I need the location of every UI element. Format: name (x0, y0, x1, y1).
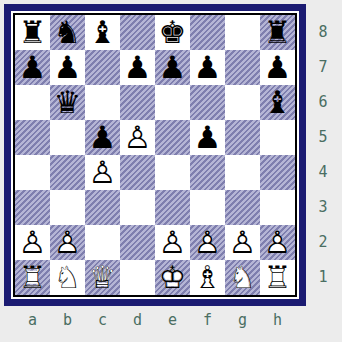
square-f2[interactable]: ♟♙ (190, 225, 225, 260)
square-b8[interactable]: ♞ (50, 15, 85, 50)
square-d5[interactable]: ♟♙ (120, 120, 155, 155)
square-a6[interactable] (15, 85, 50, 120)
square-g3[interactable] (225, 190, 260, 225)
file-label-f: f (190, 308, 225, 332)
piece-glyph: ♟ (190, 50, 225, 85)
piece-outline: ♗ (190, 260, 225, 295)
square-b6[interactable]: ♛ (50, 85, 85, 120)
piece-white-pawn-d5[interactable]: ♟♙ (120, 120, 155, 155)
square-d2[interactable] (120, 225, 155, 260)
piece-black-bishop-c8[interactable]: ♝ (85, 15, 120, 50)
piece-glyph: ♟ (50, 50, 85, 85)
rank-label-1: 1 (312, 260, 334, 295)
square-e8[interactable]: ♚ (155, 15, 190, 50)
square-f8[interactable] (190, 15, 225, 50)
square-d3[interactable] (120, 190, 155, 225)
page: { "game": "chess", "position": { "fen": … (0, 0, 342, 342)
piece-black-queen-b6[interactable]: ♛ (50, 85, 85, 120)
rank-label-5: 5 (312, 120, 334, 155)
square-h4[interactable] (260, 155, 295, 190)
rank-label-6: 6 (312, 85, 334, 120)
piece-glyph: ♟ (190, 120, 225, 155)
square-c7[interactable] (85, 50, 120, 85)
square-b4[interactable] (50, 155, 85, 190)
piece-white-bishop-f1[interactable]: ♝♗ (190, 260, 225, 295)
piece-outline: ♖ (15, 260, 50, 295)
rank-label-4: 4 (312, 155, 334, 190)
piece-glyph: ♝ (260, 85, 295, 120)
square-d4[interactable] (120, 155, 155, 190)
piece-white-pawn-a2[interactable]: ♟♙ (15, 225, 50, 260)
square-h3[interactable] (260, 190, 295, 225)
square-h5[interactable] (260, 120, 295, 155)
square-h7[interactable]: ♟ (260, 50, 295, 85)
piece-outline: ♔ (155, 260, 190, 295)
rank-labels: 87654321 (312, 15, 334, 295)
square-b7[interactable]: ♟ (50, 50, 85, 85)
piece-black-pawn-f7[interactable]: ♟ (190, 50, 225, 85)
square-g6[interactable] (225, 85, 260, 120)
square-a7[interactable]: ♟ (15, 50, 50, 85)
rank-label-3: 3 (312, 190, 334, 225)
square-f1[interactable]: ♝♗ (190, 260, 225, 295)
piece-glyph: ♟ (155, 50, 190, 85)
piece-outline: ♙ (225, 225, 260, 260)
square-c6[interactable] (85, 85, 120, 120)
square-b3[interactable] (50, 190, 85, 225)
square-a2[interactable]: ♟♙ (15, 225, 50, 260)
file-label-c: c (85, 308, 120, 332)
square-a8[interactable]: ♜ (15, 15, 50, 50)
piece-black-pawn-a7[interactable]: ♟ (15, 50, 50, 85)
square-a4[interactable] (15, 155, 50, 190)
piece-white-pawn-g2[interactable]: ♟♙ (225, 225, 260, 260)
piece-glyph: ♟ (260, 50, 295, 85)
piece-black-pawn-h7[interactable]: ♟ (260, 50, 295, 85)
piece-outline: ♘ (225, 260, 260, 295)
piece-glyph: ♛ (50, 85, 85, 120)
board-inner-border: ♜♞♝♚♜♟♟♟♟♟♟♛♝♟♟♙♟♟♙♟♙♟♙♟♙♟♙♟♙♟♙♜♖♞♘♛♕♚♔♝… (13, 13, 297, 297)
piece-white-rook-h1[interactable]: ♜♖ (260, 260, 295, 295)
file-label-b: b (50, 308, 85, 332)
piece-glyph: ♟ (85, 120, 120, 155)
piece-white-pawn-h2[interactable]: ♟♙ (260, 225, 295, 260)
piece-white-pawn-b2[interactable]: ♟♙ (50, 225, 85, 260)
piece-white-knight-b1[interactable]: ♞♘ (50, 260, 85, 295)
piece-white-rook-a1[interactable]: ♜♖ (15, 260, 50, 295)
square-g5[interactable] (225, 120, 260, 155)
square-c5[interactable]: ♟ (85, 120, 120, 155)
square-d6[interactable] (120, 85, 155, 120)
piece-white-king-e1[interactable]: ♚♔ (155, 260, 190, 295)
file-label-h: h (260, 308, 295, 332)
square-e4[interactable] (155, 155, 190, 190)
chess-board: ♜♞♝♚♜♟♟♟♟♟♟♛♝♟♟♙♟♟♙♟♙♟♙♟♙♟♙♟♙♟♙♜♖♞♘♛♕♚♔♝… (15, 15, 295, 295)
square-e7[interactable]: ♟ (155, 50, 190, 85)
square-h8[interactable]: ♜ (260, 15, 295, 50)
square-c4[interactable]: ♟♙ (85, 155, 120, 190)
piece-outline: ♕ (85, 260, 120, 295)
square-f4[interactable] (190, 155, 225, 190)
piece-black-pawn-d7[interactable]: ♟ (120, 50, 155, 85)
piece-black-pawn-e7[interactable]: ♟ (155, 50, 190, 85)
square-f3[interactable] (190, 190, 225, 225)
file-label-a: a (15, 308, 50, 332)
piece-white-pawn-e2[interactable]: ♟♙ (155, 225, 190, 260)
piece-black-rook-h8[interactable]: ♜ (260, 15, 295, 50)
piece-black-king-e8[interactable]: ♚ (155, 15, 190, 50)
piece-glyph: ♜ (260, 15, 295, 50)
piece-black-rook-a8[interactable]: ♜ (15, 15, 50, 50)
piece-outline: ♙ (120, 120, 155, 155)
square-c8[interactable]: ♝ (85, 15, 120, 50)
square-c1[interactable]: ♛♕ (85, 260, 120, 295)
file-label-d: d (120, 308, 155, 332)
piece-black-pawn-c5[interactable]: ♟ (85, 120, 120, 155)
piece-outline: ♘ (50, 260, 85, 295)
square-d1[interactable] (120, 260, 155, 295)
square-g2[interactable]: ♟♙ (225, 225, 260, 260)
piece-black-pawn-f5[interactable]: ♟ (190, 120, 225, 155)
square-a3[interactable] (15, 190, 50, 225)
square-a5[interactable] (15, 120, 50, 155)
piece-glyph: ♚ (155, 15, 190, 50)
rank-label-2: 2 (312, 225, 334, 260)
square-e2[interactable]: ♟♙ (155, 225, 190, 260)
square-c2[interactable] (85, 225, 120, 260)
piece-white-queen-c1[interactable]: ♛♕ (85, 260, 120, 295)
square-b2[interactable]: ♟♙ (50, 225, 85, 260)
piece-white-pawn-c4[interactable]: ♟♙ (85, 155, 120, 190)
piece-glyph: ♟ (120, 50, 155, 85)
piece-outline: ♙ (190, 225, 225, 260)
piece-outline: ♙ (260, 225, 295, 260)
square-c3[interactable] (85, 190, 120, 225)
piece-black-bishop-h6[interactable]: ♝ (260, 85, 295, 120)
piece-outline: ♖ (260, 260, 295, 295)
square-f6[interactable] (190, 85, 225, 120)
piece-outline: ♙ (155, 225, 190, 260)
square-b5[interactable] (50, 120, 85, 155)
square-h2[interactable]: ♟♙ (260, 225, 295, 260)
square-b1[interactable]: ♞♘ (50, 260, 85, 295)
square-f5[interactable]: ♟ (190, 120, 225, 155)
piece-outline: ♙ (85, 155, 120, 190)
square-e1[interactable]: ♚♔ (155, 260, 190, 295)
square-e5[interactable] (155, 120, 190, 155)
piece-white-pawn-f2[interactable]: ♟♙ (190, 225, 225, 260)
piece-glyph: ♜ (15, 15, 50, 50)
square-g4[interactable] (225, 155, 260, 190)
square-g7[interactable] (225, 50, 260, 85)
rank-label-7: 7 (312, 50, 334, 85)
square-h1[interactable]: ♜♖ (260, 260, 295, 295)
piece-glyph: ♞ (50, 15, 85, 50)
square-e6[interactable] (155, 85, 190, 120)
square-a1[interactable]: ♜♖ (15, 260, 50, 295)
piece-black-pawn-b7[interactable]: ♟ (50, 50, 85, 85)
square-h6[interactable]: ♝ (260, 85, 295, 120)
square-d8[interactable] (120, 15, 155, 50)
square-g1[interactable]: ♞♘ (225, 260, 260, 295)
piece-outline: ♙ (15, 225, 50, 260)
file-label-g: g (225, 308, 260, 332)
square-g8[interactable] (225, 15, 260, 50)
file-label-e: e (155, 308, 190, 332)
piece-outline: ♙ (50, 225, 85, 260)
board-frame: ♜♞♝♚♜♟♟♟♟♟♟♛♝♟♟♙♟♟♙♟♙♟♙♟♙♟♙♟♙♟♙♜♖♞♘♛♕♚♔♝… (4, 4, 306, 306)
square-e3[interactable] (155, 190, 190, 225)
square-d7[interactable]: ♟ (120, 50, 155, 85)
piece-glyph: ♟ (15, 50, 50, 85)
square-f7[interactable]: ♟ (190, 50, 225, 85)
piece-glyph: ♝ (85, 15, 120, 50)
rank-label-8: 8 (312, 15, 334, 50)
file-labels: abcdefgh (15, 308, 295, 332)
piece-white-knight-g1[interactable]: ♞♘ (225, 260, 260, 295)
piece-black-knight-b8[interactable]: ♞ (50, 15, 85, 50)
